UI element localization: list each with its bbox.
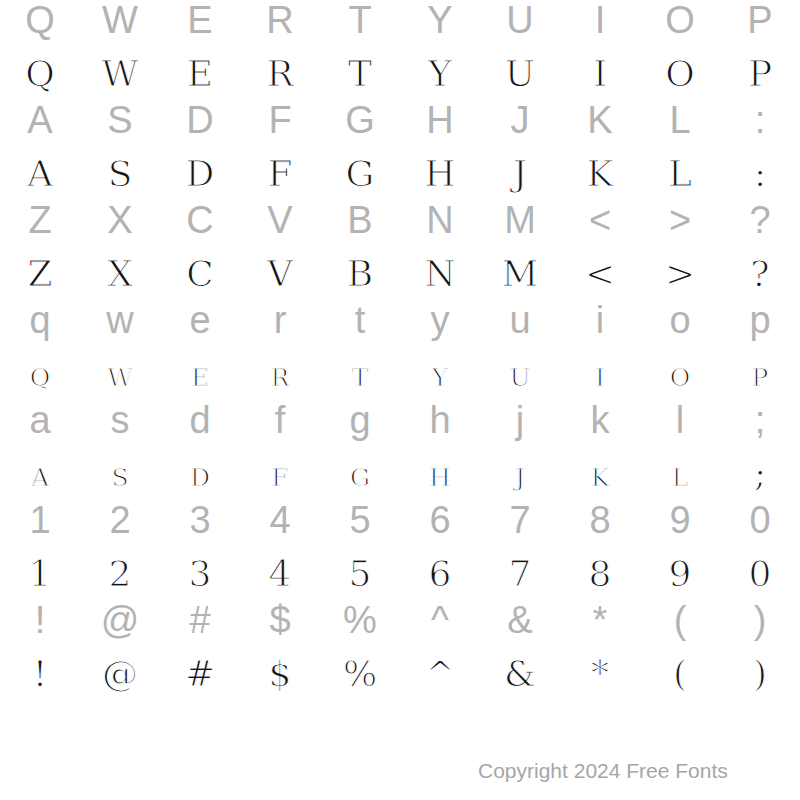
reference-glyph-r7c9: o: [640, 295, 720, 345]
specimen-glyph-r12c8: 8: [560, 548, 640, 598]
reference-glyph-r3c8: K: [560, 95, 640, 145]
specimen-glyph-r4c9: L: [640, 148, 720, 198]
reference-glyph-r1c1: Q: [0, 0, 80, 45]
specimen-glyph-r6c3: C: [160, 248, 240, 298]
reference-glyph-r3c5: G: [320, 95, 400, 145]
specimen-glyph-r6c6: N: [400, 248, 480, 298]
specimen-glyph-r10c10: ;: [720, 448, 800, 498]
specimen-glyph-r14c9: (: [640, 648, 720, 698]
specimen-glyph-r14c4: $: [240, 648, 320, 698]
specimen-glyph-r6c9: >: [640, 248, 720, 298]
reference-glyph-r5c1: Z: [0, 195, 80, 245]
specimen-glyph-r4c4: F: [240, 148, 320, 198]
reference-glyph-r5c7: M: [480, 195, 560, 245]
reference-glyph-r7c2: w: [80, 295, 160, 345]
reference-glyph-r5c10: ?: [720, 195, 800, 245]
specimen-glyph-r8c2: w: [80, 348, 160, 398]
specimen-glyph-r10c7: j: [480, 448, 560, 498]
reference-glyph-r3c10: :: [720, 95, 800, 145]
reference-glyph-r9c2: s: [80, 395, 160, 445]
reference-glyph-r13c5: %: [320, 595, 400, 645]
specimen-glyph-r10c6: h: [400, 448, 480, 498]
specimen-glyph-r8c1: q: [0, 348, 80, 398]
specimen-glyph-r14c10: ): [720, 648, 800, 698]
reference-glyph-r5c9: >: [640, 195, 720, 245]
specimen-glyph-r8c6: y: [400, 348, 480, 398]
specimen-glyph-r10c5: g: [320, 448, 400, 498]
reference-glyph-r11c3: 3: [160, 495, 240, 545]
reference-glyph-r1c9: O: [640, 0, 720, 45]
font-specimen-sheet: QWERTYUIOPQWERTYUIOPASDFGHJKL:ASDFGHJKL:…: [0, 0, 800, 800]
specimen-glyph-r12c9: 9: [640, 548, 720, 598]
reference-glyph-r5c8: <: [560, 195, 640, 245]
reference-glyph-r1c4: R: [240, 0, 320, 45]
specimen-glyph-r6c10: ?: [720, 248, 800, 298]
reference-glyph-r9c8: k: [560, 395, 640, 445]
specimen-glyph-r2c3: E: [160, 48, 240, 98]
specimen-glyph-r12c10: 0: [720, 548, 800, 598]
reference-glyph-r13c7: &: [480, 595, 560, 645]
reference-glyph-r3c1: A: [0, 95, 80, 145]
reference-glyph-r11c4: 4: [240, 495, 320, 545]
specimen-glyph-r12c1: 1: [0, 548, 80, 598]
reference-glyph-r5c6: N: [400, 195, 480, 245]
specimen-glyph-r4c2: S: [80, 148, 160, 198]
reference-glyph-r11c1: 1: [0, 495, 80, 545]
specimen-glyph-r14c3: #: [160, 648, 240, 698]
reference-glyph-r11c7: 7: [480, 495, 560, 545]
specimen-glyph-r12c7: 7: [480, 548, 560, 598]
reference-glyph-r13c4: $: [240, 595, 320, 645]
copyright-text: Copyright 2024 Free Fonts: [478, 759, 728, 783]
reference-glyph-r3c7: J: [480, 95, 560, 145]
specimen-glyph-r8c8: i: [560, 348, 640, 398]
reference-glyph-r13c3: #: [160, 595, 240, 645]
specimen-glyph-r12c3: 3: [160, 548, 240, 598]
reference-glyph-r1c8: I: [560, 0, 640, 45]
specimen-glyph-r4c5: G: [320, 148, 400, 198]
reference-glyph-r3c2: S: [80, 95, 160, 145]
specimen-glyph-r10c1: a: [0, 448, 80, 498]
specimen-glyph-r6c1: Z: [0, 248, 80, 298]
reference-glyph-r7c6: y: [400, 295, 480, 345]
reference-glyph-r9c1: a: [0, 395, 80, 445]
reference-glyph-r1c6: Y: [400, 0, 480, 45]
specimen-glyph-r4c3: D: [160, 148, 240, 198]
reference-glyph-r11c6: 6: [400, 495, 480, 545]
specimen-glyph-r14c7: &: [480, 648, 560, 698]
specimen-glyph-r14c1: !: [0, 648, 80, 698]
specimen-glyph-r14c2: @: [80, 648, 160, 698]
reference-glyph-r7c4: r: [240, 295, 320, 345]
reference-glyph-r7c3: e: [160, 295, 240, 345]
reference-glyph-r1c5: T: [320, 0, 400, 45]
reference-glyph-r3c6: H: [400, 95, 480, 145]
reference-glyph-r5c5: B: [320, 195, 400, 245]
specimen-glyph-r2c10: P: [720, 48, 800, 98]
specimen-glyph-r12c5: 5: [320, 548, 400, 598]
specimen-glyph-r4c1: A: [0, 148, 80, 198]
reference-glyph-r5c4: V: [240, 195, 320, 245]
reference-glyph-r3c4: F: [240, 95, 320, 145]
reference-glyph-r7c1: q: [0, 295, 80, 345]
specimen-glyph-r4c10: :: [720, 148, 800, 198]
specimen-glyph-r12c4: 4: [240, 548, 320, 598]
specimen-glyph-r14c6: ^: [400, 648, 480, 698]
reference-glyph-r13c8: *: [560, 595, 640, 645]
specimen-glyph-r8c7: u: [480, 348, 560, 398]
specimen-glyph-r6c2: X: [80, 248, 160, 298]
specimen-glyph-r10c2: s: [80, 448, 160, 498]
specimen-glyph-r2c9: O: [640, 48, 720, 98]
character-grid: QWERTYUIOPQWERTYUIOPASDFGHJKL:ASDFGHJKL:…: [0, 0, 800, 700]
reference-glyph-r3c3: D: [160, 95, 240, 145]
reference-glyph-r5c2: X: [80, 195, 160, 245]
specimen-glyph-r2c4: R: [240, 48, 320, 98]
specimen-glyph-r4c6: H: [400, 148, 480, 198]
reference-glyph-r11c9: 9: [640, 495, 720, 545]
specimen-glyph-r14c8: *: [560, 648, 640, 698]
reference-glyph-r3c9: L: [640, 95, 720, 145]
specimen-glyph-r2c1: Q: [0, 48, 80, 98]
specimen-glyph-r4c7: J: [480, 148, 560, 198]
specimen-glyph-r2c7: U: [480, 48, 560, 98]
specimen-glyph-r8c10: p: [720, 348, 800, 398]
reference-glyph-r13c2: @: [80, 595, 160, 645]
specimen-glyph-r6c7: M: [480, 248, 560, 298]
specimen-glyph-r2c5: T: [320, 48, 400, 98]
specimen-glyph-r10c9: l: [640, 448, 720, 498]
reference-glyph-r7c7: u: [480, 295, 560, 345]
reference-glyph-r1c10: P: [720, 0, 800, 45]
specimen-glyph-r14c5: %: [320, 648, 400, 698]
specimen-glyph-r2c6: Y: [400, 48, 480, 98]
reference-glyph-r7c5: t: [320, 295, 400, 345]
reference-glyph-r5c3: C: [160, 195, 240, 245]
reference-glyph-r9c4: f: [240, 395, 320, 445]
specimen-glyph-r10c3: d: [160, 448, 240, 498]
reference-glyph-r9c3: d: [160, 395, 240, 445]
specimen-glyph-r10c8: k: [560, 448, 640, 498]
reference-glyph-r13c10: ): [720, 595, 800, 645]
reference-glyph-r9c7: j: [480, 395, 560, 445]
specimen-glyph-r8c4: r: [240, 348, 320, 398]
specimen-glyph-r12c6: 6: [400, 548, 480, 598]
reference-glyph-r9c9: l: [640, 395, 720, 445]
specimen-glyph-r2c8: I: [560, 48, 640, 98]
reference-glyph-r1c7: U: [480, 0, 560, 45]
reference-glyph-r7c10: p: [720, 295, 800, 345]
specimen-glyph-r6c4: V: [240, 248, 320, 298]
reference-glyph-r13c1: !: [0, 595, 80, 645]
reference-glyph-r11c10: 0: [720, 495, 800, 545]
reference-glyph-r9c10: ;: [720, 395, 800, 445]
specimen-glyph-r8c9: o: [640, 348, 720, 398]
reference-glyph-r13c6: ^: [400, 595, 480, 645]
specimen-glyph-r6c5: B: [320, 248, 400, 298]
reference-glyph-r13c9: (: [640, 595, 720, 645]
specimen-glyph-r8c3: e: [160, 348, 240, 398]
reference-glyph-r1c3: E: [160, 0, 240, 45]
reference-glyph-r9c5: g: [320, 395, 400, 445]
reference-glyph-r9c6: h: [400, 395, 480, 445]
reference-glyph-r7c8: i: [560, 295, 640, 345]
specimen-glyph-r6c8: <: [560, 248, 640, 298]
reference-glyph-r11c8: 8: [560, 495, 640, 545]
reference-glyph-r11c5: 5: [320, 495, 400, 545]
specimen-glyph-r10c4: f: [240, 448, 320, 498]
reference-glyph-r1c2: W: [80, 0, 160, 45]
specimen-glyph-r2c2: W: [80, 48, 160, 98]
reference-glyph-r11c2: 2: [80, 495, 160, 545]
specimen-glyph-r12c2: 2: [80, 548, 160, 598]
specimen-glyph-r8c5: t: [320, 348, 400, 398]
specimen-glyph-r4c8: K: [560, 148, 640, 198]
